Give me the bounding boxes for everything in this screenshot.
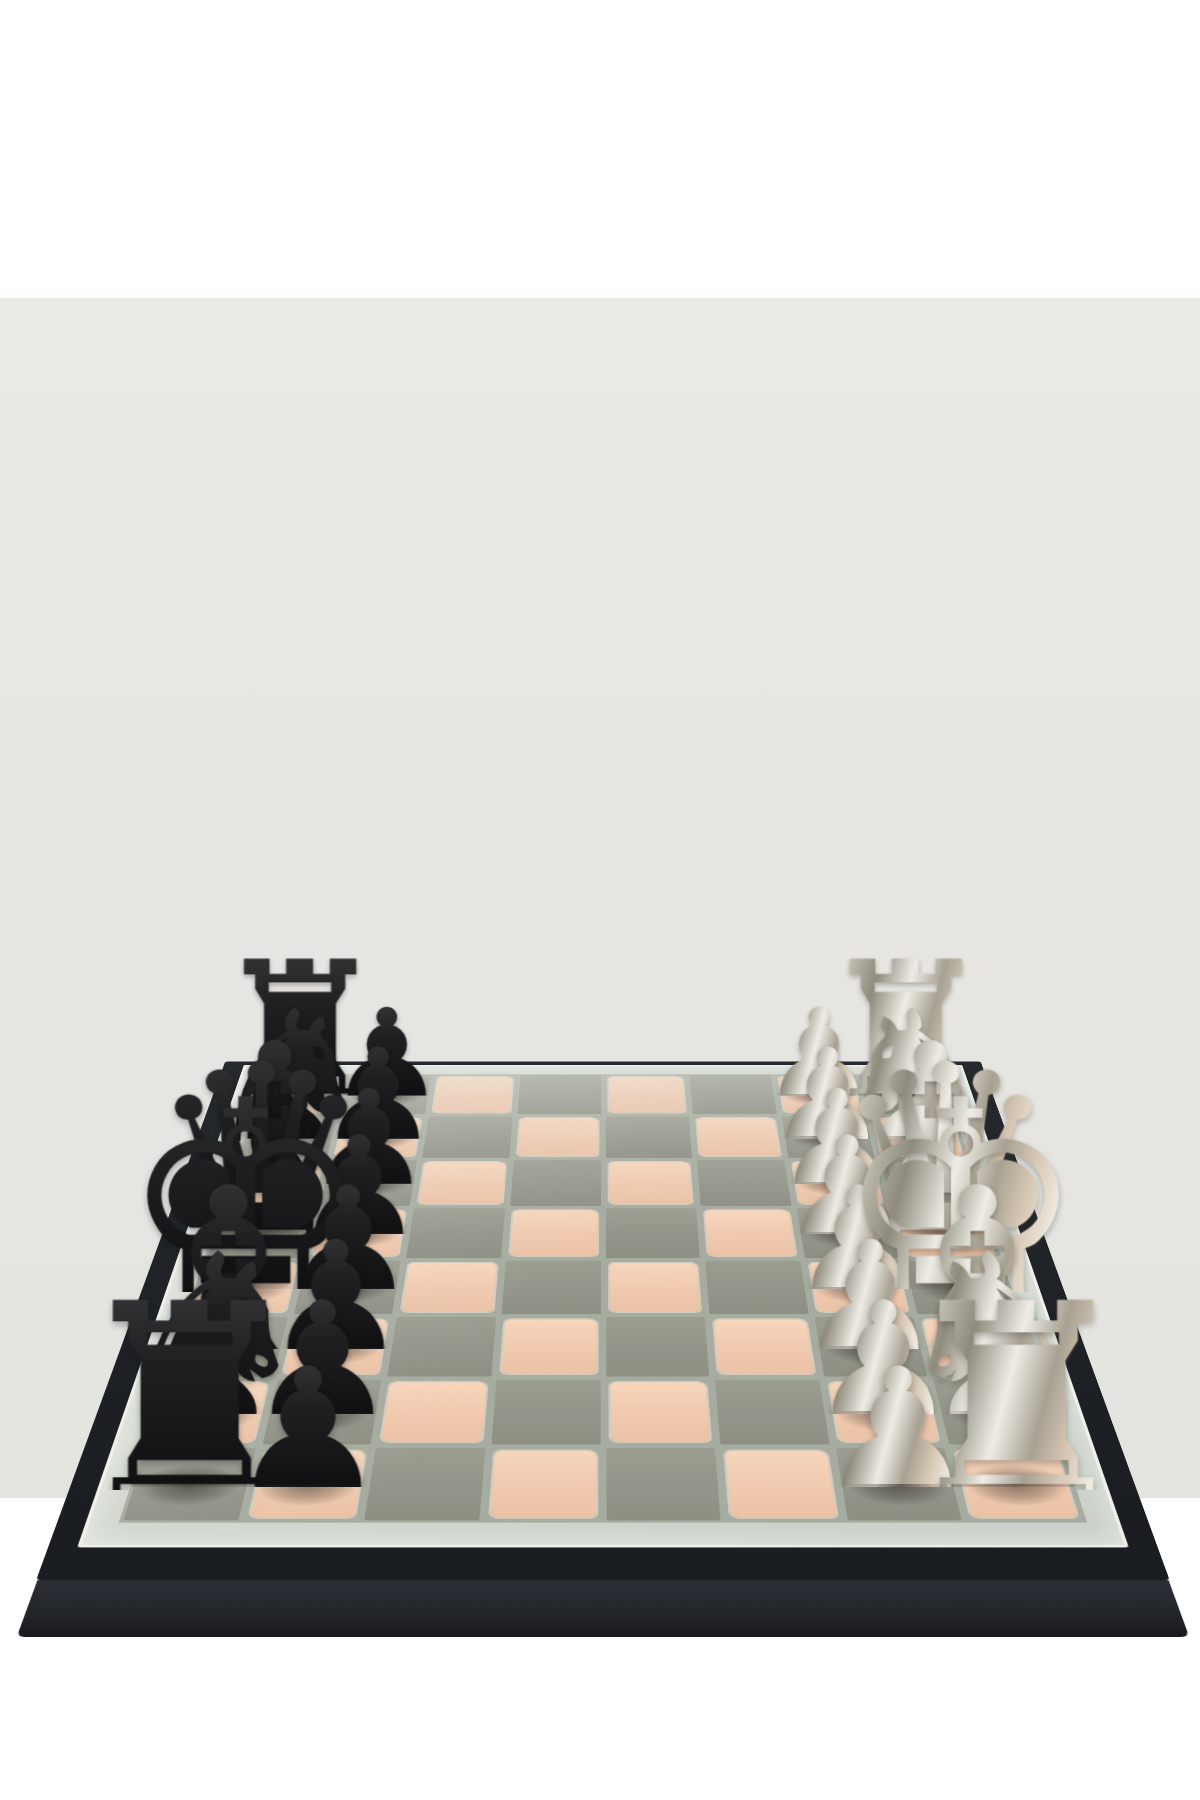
piece-shadow <box>314 1219 402 1247</box>
piece-shadow <box>156 1394 261 1431</box>
piece-shadow <box>133 1465 244 1506</box>
piece-shadow <box>246 1125 328 1149</box>
piece-shadow <box>889 1170 975 1196</box>
piece-shadow <box>796 1170 880 1196</box>
piece-shadow <box>347 1083 424 1105</box>
piece-shadow <box>781 1083 858 1105</box>
piece-shadow <box>253 1465 361 1506</box>
piece-shadow <box>788 1125 868 1149</box>
piece-shadow-layer <box>118 1073 1087 1521</box>
piece-shadow <box>834 1394 936 1431</box>
piece-shadow <box>867 1083 946 1105</box>
piece-shadow <box>804 1219 892 1247</box>
piece-shadow <box>260 1083 339 1105</box>
chess-board-scene: ♜♟♟♜♞♟♟♞♝♟♟♝♛♟♟♛♚♟♟♚♝♟♟♝♞♟♟♞♜♟♟♜ <box>0 298 1200 1498</box>
piece-shadow <box>197 1272 292 1303</box>
product-photo: ♜♟♟♜♞♟♟♞♝♟♟♝♛♟♟♛♚♟♟♚♝♟♟♝♞♟♟♞♜♟♟♜ <box>0 298 1200 1498</box>
piece-shadow <box>823 1330 920 1364</box>
piece-shadow <box>962 1465 1073 1506</box>
piece-shadow <box>337 1125 417 1149</box>
chess-board: ♜♟♟♜♞♟♟♞♝♟♟♝♛♟♟♛♚♟♟♚♝♟♟♝♞♟♟♞♜♟♟♜ <box>119 1074 1088 1523</box>
piece-shadow <box>945 1394 1050 1431</box>
piece-shadow <box>178 1330 278 1364</box>
piece-shadow <box>901 1219 991 1247</box>
piece-shadow <box>301 1272 393 1303</box>
piece-shadow <box>215 1219 305 1247</box>
piece-shadow <box>270 1394 372 1431</box>
piece-shadow <box>914 1272 1009 1303</box>
page-background: ♜♟♟♜♞♟♟♞♝♟♟♝♛♟♟♛♚♟♟♚♝♟♟♝♞♟♟♞♜♟♟♜ <box>0 0 1200 1800</box>
piece-shadow <box>929 1330 1029 1364</box>
piece-shadow <box>846 1465 954 1506</box>
piece-shadow <box>813 1272 905 1303</box>
piece-shadow <box>286 1330 383 1364</box>
piece-shadow <box>231 1170 317 1196</box>
piece-shadow <box>326 1170 410 1196</box>
piece-shadow <box>877 1125 959 1149</box>
